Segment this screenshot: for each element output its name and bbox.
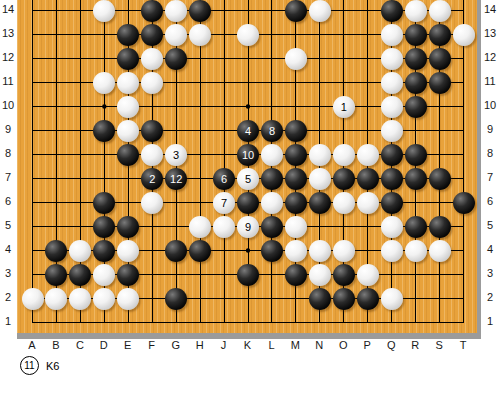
stone-black-Q8 (381, 144, 403, 166)
stone-black-O7 (333, 168, 355, 190)
stone-black-T6 (453, 192, 475, 214)
stone-white-G8: 3 (165, 144, 187, 166)
row-label-right-1: 1 (481, 315, 499, 327)
stone-white-M4 (285, 240, 307, 262)
stone-black-K8: 10 (237, 144, 259, 166)
row-label-left-8: 8 (0, 147, 16, 159)
stone-white-E4 (117, 240, 139, 262)
col-label-K: K (240, 339, 256, 351)
stone-black-J7: 6 (213, 168, 235, 190)
row-label-right-11: 11 (481, 75, 499, 87)
stone-white-O10: 1 (333, 96, 355, 118)
col-label-S: S (431, 339, 447, 351)
col-label-T: T (455, 339, 471, 351)
row-label-left-7: 7 (0, 171, 16, 183)
stone-white-K13 (237, 24, 259, 46)
stone-white-Q5 (381, 216, 403, 238)
col-label-O: O (335, 339, 351, 351)
stone-black-N6 (309, 192, 331, 214)
stone-white-J6: 7 (213, 192, 235, 214)
stone-black-B3 (45, 264, 67, 286)
stone-white-Q13 (381, 24, 403, 46)
stone-black-M7 (285, 168, 307, 190)
stone-black-G2 (165, 288, 187, 310)
stone-black-Q7 (381, 168, 403, 190)
stone-black-G4 (165, 240, 187, 262)
stone-black-F14 (141, 0, 163, 22)
stone-black-L4 (261, 240, 283, 262)
col-label-M: M (287, 339, 303, 351)
row-label-left-4: 4 (0, 243, 16, 255)
stone-black-M9 (285, 120, 307, 142)
stone-white-N4 (309, 240, 331, 262)
stone-black-E13 (117, 24, 139, 46)
stone-black-R5 (405, 216, 427, 238)
stone-white-M12 (285, 48, 307, 70)
col-label-B: B (48, 339, 64, 351)
stone-white-T13 (453, 24, 475, 46)
stone-black-S13 (429, 24, 451, 46)
stone-white-H13 (189, 24, 211, 46)
row-label-left-12: 12 (0, 51, 16, 63)
move-11-white-stone-icon: 11 (20, 356, 39, 375)
stone-white-R4 (405, 240, 427, 262)
stone-black-M14 (285, 0, 307, 22)
stone-black-C3 (69, 264, 91, 286)
stone-white-R14 (405, 0, 427, 22)
stone-black-D6 (93, 192, 115, 214)
stone-black-P7 (357, 168, 379, 190)
stone-white-C2 (69, 288, 91, 310)
row-label-left-10: 10 (0, 99, 16, 111)
stone-white-O4 (333, 240, 355, 262)
stone-white-D2 (93, 288, 115, 310)
stone-white-Q10 (381, 96, 403, 118)
stone-black-B4 (45, 240, 67, 262)
stone-white-J5 (213, 216, 235, 238)
col-label-L: L (263, 339, 279, 351)
row-label-right-3: 3 (481, 267, 499, 279)
row-label-right-7: 7 (481, 171, 499, 183)
stone-white-D11 (93, 72, 115, 94)
row-label-right-13: 13 (481, 27, 499, 39)
stone-black-G7: 12 (165, 168, 187, 190)
stone-white-Q12 (381, 48, 403, 70)
stone-black-Q14 (381, 0, 403, 22)
stone-black-E8 (117, 144, 139, 166)
stone-black-D9 (93, 120, 115, 142)
row-label-left-9: 9 (0, 123, 16, 135)
stone-white-F8 (141, 144, 163, 166)
stone-black-S7 (429, 168, 451, 190)
stone-black-R11 (405, 72, 427, 94)
col-label-D: D (96, 339, 112, 351)
row-label-right-12: 12 (481, 51, 499, 63)
stone-white-M5 (285, 216, 307, 238)
row-label-right-14: 14 (481, 3, 499, 15)
stone-black-R13 (405, 24, 427, 46)
stone-white-L8 (261, 144, 283, 166)
col-label-A: A (24, 339, 40, 351)
row-label-right-8: 8 (481, 147, 499, 159)
col-label-R: R (407, 339, 423, 351)
stone-white-S14 (429, 0, 451, 22)
col-label-Q: Q (383, 339, 399, 351)
stone-black-H4 (189, 240, 211, 262)
stone-white-F11 (141, 72, 163, 94)
stone-white-E11 (117, 72, 139, 94)
stone-black-S12 (429, 48, 451, 70)
stone-black-E3 (117, 264, 139, 286)
row-label-right-2: 2 (481, 291, 499, 303)
row-label-left-6: 6 (0, 195, 16, 207)
go-diagram: 14141313121211111010998877665544332211AB… (0, 0, 500, 393)
stone-black-K9: 4 (237, 120, 259, 142)
stone-black-M8 (285, 144, 307, 166)
stone-white-N3 (309, 264, 331, 286)
stone-black-R7 (405, 168, 427, 190)
col-label-N: N (311, 339, 327, 351)
stone-white-O6 (333, 192, 355, 214)
stone-white-E2 (117, 288, 139, 310)
stone-white-Q2 (381, 288, 403, 310)
row-label-right-5: 5 (481, 219, 499, 231)
row-label-left-14: 14 (0, 3, 16, 15)
col-label-E: E (120, 339, 136, 351)
col-label-G: G (168, 339, 184, 351)
stone-white-N7 (309, 168, 331, 190)
stone-black-E12 (117, 48, 139, 70)
stone-black-S5 (429, 216, 451, 238)
row-label-right-6: 6 (481, 195, 499, 207)
stone-white-E9 (117, 120, 139, 142)
stone-black-S11 (429, 72, 451, 94)
col-label-P: P (359, 339, 375, 351)
stone-black-R10 (405, 96, 427, 118)
stone-white-Q4 (381, 240, 403, 262)
row-label-left-2: 2 (0, 291, 16, 303)
stone-white-K7: 5 (237, 168, 259, 190)
stone-white-F12 (141, 48, 163, 70)
stone-black-D4 (93, 240, 115, 262)
stone-black-L9: 8 (261, 120, 283, 142)
stone-black-N2 (309, 288, 331, 310)
row-label-left-5: 5 (0, 219, 16, 231)
row-label-left-1: 1 (0, 315, 16, 327)
row-label-left-13: 13 (0, 27, 16, 39)
stone-white-D14 (93, 0, 115, 22)
stone-white-G13 (165, 24, 187, 46)
stone-black-R8 (405, 144, 427, 166)
col-label-H: H (192, 339, 208, 351)
stone-white-D3 (93, 264, 115, 286)
stone-black-O2 (333, 288, 355, 310)
stone-white-P8 (357, 144, 379, 166)
stone-black-F7: 2 (141, 168, 163, 190)
stone-white-Q9 (381, 120, 403, 142)
stone-black-L7 (261, 168, 283, 190)
stone-black-G12 (165, 48, 187, 70)
stone-white-C4 (69, 240, 91, 262)
stone-white-O8 (333, 144, 355, 166)
stone-black-F13 (141, 24, 163, 46)
col-label-F: F (144, 339, 160, 351)
stone-white-P6 (357, 192, 379, 214)
stone-white-S4 (429, 240, 451, 262)
stone-white-N8 (309, 144, 331, 166)
row-label-left-3: 3 (0, 267, 16, 279)
stone-black-R12 (405, 48, 427, 70)
stone-black-H14 (189, 0, 211, 22)
row-label-right-9: 9 (481, 123, 499, 135)
stone-white-F6 (141, 192, 163, 214)
stone-white-N14 (309, 0, 331, 22)
stone-white-E10 (117, 96, 139, 118)
stone-white-G14 (165, 0, 187, 22)
stone-black-Q6 (381, 192, 403, 214)
row-label-left-11: 11 (0, 75, 16, 87)
col-label-C: C (72, 339, 88, 351)
stone-black-K6 (237, 192, 259, 214)
stone-white-L6 (261, 192, 283, 214)
stone-white-Q11 (381, 72, 403, 94)
move-11-coordinate: K6 (46, 360, 59, 372)
stone-black-F9 (141, 120, 163, 142)
stone-white-B2 (45, 288, 67, 310)
stone-white-K5: 9 (237, 216, 259, 238)
stone-black-P2 (357, 288, 379, 310)
stone-black-E5 (117, 216, 139, 238)
row-label-right-10: 10 (481, 99, 499, 111)
stone-black-O3 (333, 264, 355, 286)
stone-white-A2 (22, 288, 44, 310)
stone-black-M6 (285, 192, 307, 214)
row-label-right-4: 4 (481, 243, 499, 255)
stone-black-M3 (285, 264, 307, 286)
col-label-J: J (216, 339, 232, 351)
stone-black-D5 (93, 216, 115, 238)
stone-white-P3 (357, 264, 379, 286)
move-11-annotation: 11 K6 (20, 356, 59, 375)
stone-black-K3 (237, 264, 259, 286)
stone-white-H5 (189, 216, 211, 238)
stone-black-L5 (261, 216, 283, 238)
